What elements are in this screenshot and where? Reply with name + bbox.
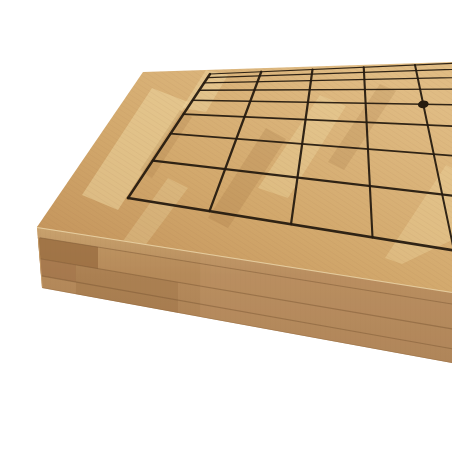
go-board (0, 0, 452, 452)
board-photo (0, 0, 452, 452)
